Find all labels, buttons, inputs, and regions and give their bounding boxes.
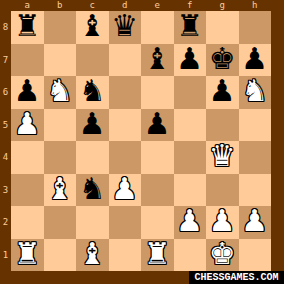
white-knight-b6: ♞: [46, 76, 73, 106]
chessgames-watermark: CHESSGAMES.COM: [189, 271, 284, 284]
chess-diagram: abcdefgh 87654321 ♜♝♛♜♝♟♚♟♟♞♞♟♞♟♟♟♛♝♞♟♟♟…: [0, 0, 284, 284]
square-g4: ♛: [206, 141, 239, 174]
black-pawn-a6: ♟: [14, 76, 41, 106]
square-h6: ♞: [239, 76, 272, 109]
rank-label-4: 4: [0, 141, 11, 174]
square-a1: ♜: [11, 239, 44, 272]
square-g3: [206, 174, 239, 207]
square-f5: [174, 109, 207, 142]
file-label-h: h: [239, 0, 272, 11]
rank-label-8: 8: [0, 11, 11, 44]
white-bishop-c1: ♝: [79, 239, 106, 269]
square-f6: [174, 76, 207, 109]
square-g2: ♟: [206, 206, 239, 239]
square-e1: ♜: [141, 239, 174, 272]
square-b2: [44, 206, 77, 239]
square-e3: [141, 174, 174, 207]
square-h1: [239, 239, 272, 272]
square-g5: [206, 109, 239, 142]
black-knight-c3: ♞: [79, 174, 106, 204]
black-pawn-f7: ♟: [176, 44, 203, 74]
square-c4: [76, 141, 109, 174]
white-knight-h6: ♞: [241, 76, 268, 106]
square-h2: ♟: [239, 206, 272, 239]
file-label-e: e: [141, 0, 174, 11]
white-pawn-d3: ♟: [111, 174, 138, 204]
square-f4: [174, 141, 207, 174]
square-a2: [11, 206, 44, 239]
white-king-g1: ♚: [209, 239, 236, 269]
square-f3: [174, 174, 207, 207]
black-king-g7: ♚: [209, 44, 236, 74]
white-pawn-h2: ♟: [241, 206, 268, 236]
square-e2: [141, 206, 174, 239]
square-b3: ♝: [44, 174, 77, 207]
square-b1: [44, 239, 77, 272]
square-d1: [109, 239, 142, 272]
square-e4: [141, 141, 174, 174]
square-b4: [44, 141, 77, 174]
square-a4: [11, 141, 44, 174]
file-label-f: f: [174, 0, 207, 11]
square-f1: [174, 239, 207, 272]
black-queen-d8: ♛: [111, 11, 138, 41]
white-pawn-f2: ♟: [176, 206, 203, 236]
square-b7: [44, 44, 77, 77]
square-d4: [109, 141, 142, 174]
square-a7: [11, 44, 44, 77]
square-b8: [44, 11, 77, 44]
file-label-c: c: [76, 0, 109, 11]
rank-labels: 87654321: [0, 11, 11, 271]
white-queen-g4: ♛: [209, 141, 236, 171]
black-rook-f8: ♜: [176, 11, 203, 41]
black-pawn-h7: ♟: [241, 44, 268, 74]
square-c5: ♟: [76, 109, 109, 142]
square-d3: ♟: [109, 174, 142, 207]
file-label-b: b: [44, 0, 77, 11]
square-h3: [239, 174, 272, 207]
rank-label-7: 7: [0, 44, 11, 77]
square-g1: ♚: [206, 239, 239, 272]
square-e7: ♝: [141, 44, 174, 77]
square-d2: [109, 206, 142, 239]
white-pawn-a5: ♟: [14, 109, 41, 139]
square-h4: [239, 141, 272, 174]
square-a5: ♟: [11, 109, 44, 142]
square-d8: ♛: [109, 11, 142, 44]
square-g6: ♟: [206, 76, 239, 109]
square-e6: [141, 76, 174, 109]
rank-label-6: 6: [0, 76, 11, 109]
square-c8: ♝: [76, 11, 109, 44]
square-c6: ♞: [76, 76, 109, 109]
black-pawn-c5: ♟: [79, 109, 106, 139]
square-e8: [141, 11, 174, 44]
black-pawn-g6: ♟: [209, 76, 236, 106]
square-d6: [109, 76, 142, 109]
chess-board: ♜♝♛♜♝♟♚♟♟♞♞♟♞♟♟♟♛♝♞♟♟♟♟♜♝♜♚: [11, 11, 271, 271]
black-knight-c6: ♞: [79, 76, 106, 106]
white-rook-a1: ♜: [14, 239, 41, 269]
square-c3: ♞: [76, 174, 109, 207]
file-label-d: d: [109, 0, 142, 11]
rank-label-3: 3: [0, 174, 11, 207]
black-pawn-e5: ♟: [144, 109, 171, 139]
square-h8: [239, 11, 272, 44]
square-c1: ♝: [76, 239, 109, 272]
square-f8: ♜: [174, 11, 207, 44]
square-d7: [109, 44, 142, 77]
rank-label-5: 5: [0, 109, 11, 142]
white-pawn-g2: ♟: [209, 206, 236, 236]
square-g8: [206, 11, 239, 44]
square-b5: [44, 109, 77, 142]
file-label-a: a: [11, 0, 44, 11]
black-rook-a8: ♜: [14, 11, 41, 41]
square-f7: ♟: [174, 44, 207, 77]
file-labels: abcdefgh: [11, 0, 271, 11]
square-d5: [109, 109, 142, 142]
square-a6: ♟: [11, 76, 44, 109]
square-a8: ♜: [11, 11, 44, 44]
rank-label-1: 1: [0, 239, 11, 272]
square-c2: [76, 206, 109, 239]
rank-label-2: 2: [0, 206, 11, 239]
square-e5: ♟: [141, 109, 174, 142]
square-a3: [11, 174, 44, 207]
square-h7: ♟: [239, 44, 272, 77]
black-bishop-c8: ♝: [79, 11, 106, 41]
white-bishop-b3: ♝: [46, 174, 73, 204]
square-h5: [239, 109, 272, 142]
square-b6: ♞: [44, 76, 77, 109]
square-g7: ♚: [206, 44, 239, 77]
square-c7: [76, 44, 109, 77]
white-rook-e1: ♜: [144, 239, 171, 269]
square-f2: ♟: [174, 206, 207, 239]
black-bishop-e7: ♝: [144, 44, 171, 74]
file-label-g: g: [206, 0, 239, 11]
